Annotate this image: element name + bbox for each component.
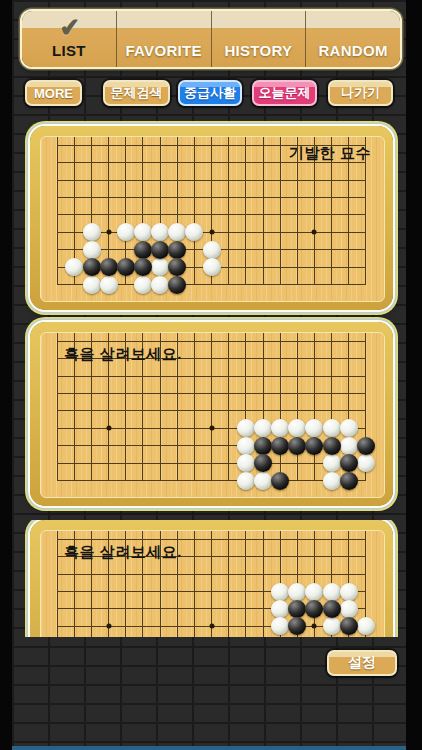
tiled-background: ✔ LIST FAVORITE HISTORY RANDOM MORE 문제검색… xyxy=(12,0,406,750)
grid-line-vertical xyxy=(57,137,58,285)
stone-white xyxy=(203,241,221,259)
grid-line-horizontal xyxy=(57,376,367,377)
stone-white xyxy=(151,276,169,294)
tab-favorite-label: FAVORITE xyxy=(125,42,201,59)
grid-line-horizontal xyxy=(57,463,367,464)
settings-button[interactable]: 설정 xyxy=(327,650,397,676)
stone-black xyxy=(271,472,289,490)
grid-line-horizontal xyxy=(57,180,367,181)
grid-line-vertical xyxy=(280,333,281,481)
stone-white xyxy=(357,617,375,635)
tab-history[interactable]: HISTORY xyxy=(212,11,307,67)
intermediate-tsumego-button[interactable]: 중급사활 xyxy=(178,80,242,106)
board-1-caption: 기발한 묘수 xyxy=(289,144,371,163)
board-3-clip-region: 흑을 살려보세요. xyxy=(12,520,406,637)
stone-white xyxy=(271,617,289,635)
stone-black xyxy=(271,437,289,455)
stone-white xyxy=(254,472,272,490)
star-point xyxy=(312,230,317,235)
tab-bar: ✔ LIST FAVORITE HISTORY RANDOM xyxy=(22,11,400,67)
tab-random[interactable]: RANDOM xyxy=(306,11,400,67)
stone-black xyxy=(288,617,306,635)
stone-white xyxy=(117,223,135,241)
tab-favorite[interactable]: FAVORITE xyxy=(117,11,212,67)
problem-board-1[interactable]: 기발한 묘수 xyxy=(30,126,393,310)
star-point xyxy=(209,426,214,431)
problem-search-button[interactable]: 문제검색 xyxy=(103,80,170,106)
go-board-1: 기발한 묘수 xyxy=(40,136,385,302)
stone-white xyxy=(323,472,341,490)
grid-line-vertical xyxy=(211,531,212,637)
grid-line-vertical xyxy=(263,531,264,637)
stone-white xyxy=(83,276,101,294)
stone-black xyxy=(340,617,358,635)
stone-black xyxy=(305,437,323,455)
app-screen: ✔ LIST FAVORITE HISTORY RANDOM MORE 문제검색… xyxy=(0,0,422,750)
stone-white xyxy=(168,223,186,241)
grid-line-vertical xyxy=(57,333,58,481)
problem-board-2[interactable]: 흑을 살려보세요. xyxy=(30,322,393,506)
stone-black xyxy=(151,241,169,259)
grid-line-vertical xyxy=(245,531,246,637)
star-point xyxy=(106,426,111,431)
left-black-bar xyxy=(0,0,12,750)
stone-black xyxy=(168,258,186,276)
star-point xyxy=(209,624,214,629)
stone-black xyxy=(288,600,306,618)
stone-white xyxy=(323,617,341,635)
grid-line-horizontal xyxy=(57,341,367,342)
board-3-caption: 흑을 살려보세요. xyxy=(64,543,182,562)
go-board-2: 흑을 살려보세요. xyxy=(40,332,385,498)
tab-history-label: HISTORY xyxy=(224,42,292,59)
stone-white xyxy=(254,419,272,437)
grid-line-vertical xyxy=(280,137,281,285)
stone-white xyxy=(271,419,289,437)
tab-random-label: RANDOM xyxy=(318,42,387,59)
grid-line-vertical xyxy=(57,531,58,637)
grid-line-horizontal xyxy=(57,480,367,481)
grid-line-vertical xyxy=(194,137,195,285)
stone-white xyxy=(323,454,341,472)
stone-white xyxy=(134,223,152,241)
stone-white xyxy=(83,223,101,241)
stone-white xyxy=(83,241,101,259)
stone-white xyxy=(305,583,323,601)
stone-white xyxy=(151,258,169,276)
grid-line-vertical xyxy=(314,333,315,481)
grid-line-horizontal xyxy=(57,214,367,215)
stone-white xyxy=(203,258,221,276)
grid-line-vertical xyxy=(228,531,229,637)
grid-line-vertical xyxy=(297,333,298,481)
grid-line-horizontal xyxy=(57,574,367,575)
stone-white xyxy=(151,223,169,241)
stone-black xyxy=(134,241,152,259)
stone-white xyxy=(65,258,83,276)
stone-white xyxy=(340,600,358,618)
grid-line-vertical xyxy=(194,531,195,637)
stone-white xyxy=(100,276,118,294)
stone-black xyxy=(340,454,358,472)
stone-black xyxy=(168,276,186,294)
grid-line-horizontal xyxy=(57,539,367,540)
star-point xyxy=(312,624,317,629)
stone-black xyxy=(83,258,101,276)
stone-white xyxy=(357,454,375,472)
stone-black xyxy=(340,472,358,490)
stone-white xyxy=(305,419,323,437)
stone-black xyxy=(288,437,306,455)
stone-white xyxy=(134,276,152,294)
board-2-caption: 흑을 살려보세요. xyxy=(64,345,182,364)
stone-white xyxy=(271,600,289,618)
tab-list[interactable]: ✔ LIST xyxy=(22,11,117,67)
stone-white xyxy=(185,223,203,241)
star-point xyxy=(209,230,214,235)
stone-black xyxy=(254,454,272,472)
stone-black xyxy=(323,600,341,618)
bottom-accent-strip xyxy=(12,746,406,750)
stone-white xyxy=(323,419,341,437)
stone-black xyxy=(168,241,186,259)
stone-black xyxy=(100,258,118,276)
star-point xyxy=(106,624,111,629)
grid-line-vertical xyxy=(263,137,264,285)
stone-black xyxy=(305,600,323,618)
exit-button[interactable]: 나가기 xyxy=(328,80,393,106)
stone-black xyxy=(117,258,135,276)
grid-line-horizontal xyxy=(57,410,367,411)
stone-white xyxy=(271,583,289,601)
star-point xyxy=(106,230,111,235)
problem-board-3[interactable]: 흑을 살려보세요. xyxy=(30,520,393,637)
stone-white xyxy=(237,437,255,455)
more-button[interactable]: MORE xyxy=(25,80,82,106)
grid-line-horizontal xyxy=(57,197,367,198)
right-black-bar xyxy=(406,0,422,750)
grid-line-vertical xyxy=(228,137,229,285)
grid-line-horizontal xyxy=(57,393,367,394)
grid-line-vertical xyxy=(228,333,229,481)
stone-black xyxy=(323,437,341,455)
grid-line-vertical xyxy=(194,333,195,481)
go-board-3: 흑을 살려보세요. xyxy=(40,530,385,637)
stone-white xyxy=(237,472,255,490)
stone-white xyxy=(340,419,358,437)
stone-white xyxy=(340,583,358,601)
stone-white xyxy=(288,583,306,601)
grid-line-vertical xyxy=(245,137,246,285)
stone-white xyxy=(288,419,306,437)
check-icon: ✔ xyxy=(58,12,81,42)
todays-problem-button[interactable]: 오늘문제 xyxy=(252,80,317,106)
stone-black xyxy=(357,437,375,455)
stone-white xyxy=(237,454,255,472)
stone-black xyxy=(254,437,272,455)
tab-list-label: LIST xyxy=(52,42,86,59)
stone-white xyxy=(237,419,255,437)
stone-black xyxy=(134,258,152,276)
grid-line-vertical xyxy=(211,333,212,481)
stone-white xyxy=(340,437,358,455)
stone-white xyxy=(323,583,341,601)
